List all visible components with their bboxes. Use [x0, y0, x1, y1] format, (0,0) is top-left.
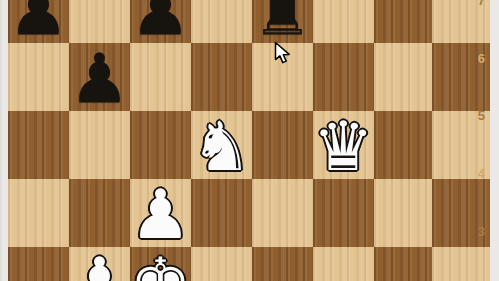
white-queen[interactable]: ♛ — [313, 113, 374, 181]
square-g6[interactable] — [374, 43, 432, 111]
black-pawn[interactable]: ♟ — [69, 45, 130, 113]
square-a7[interactable]: ♟ — [8, 0, 69, 43]
black-pawn[interactable]: ♟ — [130, 0, 191, 45]
square-b4[interactable] — [69, 179, 130, 247]
square-a6[interactable] — [8, 43, 69, 111]
square-a4[interactable] — [8, 179, 69, 247]
rank-label-7: 7 — [478, 0, 485, 7]
square-d6[interactable] — [191, 43, 252, 111]
square-e3[interactable] — [252, 247, 313, 281]
square-f6[interactable] — [313, 43, 374, 111]
square-b7[interactable] — [69, 0, 130, 43]
board-viewport: ♟♟♜♟♞♛♟♟♚76543 — [0, 0, 499, 281]
square-f5[interactable]: ♛ — [313, 111, 374, 179]
square-c5[interactable] — [130, 111, 191, 179]
white-king[interactable]: ♚ — [130, 249, 191, 281]
black-rook[interactable]: ♜ — [252, 0, 313, 45]
white-pawn[interactable]: ♟ — [130, 181, 191, 249]
square-e4[interactable] — [252, 179, 313, 247]
square-b5[interactable] — [69, 111, 130, 179]
square-b6[interactable]: ♟ — [69, 43, 130, 111]
square-a3[interactable] — [8, 247, 69, 281]
square-h3[interactable] — [432, 247, 490, 281]
square-c7[interactable]: ♟ — [130, 0, 191, 43]
square-g5[interactable] — [374, 111, 432, 179]
square-d3[interactable] — [191, 247, 252, 281]
white-pawn[interactable]: ♟ — [69, 249, 130, 281]
black-pawn[interactable]: ♟ — [8, 0, 69, 45]
square-e7[interactable]: ♜ — [252, 0, 313, 43]
square-g7[interactable] — [374, 0, 432, 43]
square-f3[interactable] — [313, 247, 374, 281]
square-f4[interactable] — [313, 179, 374, 247]
square-g3[interactable] — [374, 247, 432, 281]
square-a5[interactable] — [8, 111, 69, 179]
rank-label-3: 3 — [478, 225, 485, 238]
square-c6[interactable] — [130, 43, 191, 111]
square-e6[interactable] — [252, 43, 313, 111]
square-d7[interactable] — [191, 0, 252, 43]
square-g4[interactable] — [374, 179, 432, 247]
white-knight[interactable]: ♞ — [191, 113, 252, 181]
square-f7[interactable] — [313, 0, 374, 43]
square-d5[interactable]: ♞ — [191, 111, 252, 179]
square-d4[interactable] — [191, 179, 252, 247]
rank-label-6: 6 — [478, 52, 485, 65]
square-c3[interactable]: ♚ — [130, 247, 191, 281]
square-e5[interactable] — [252, 111, 313, 179]
rank-label-4: 4 — [478, 167, 485, 180]
chess-board[interactable]: ♟♟♜♟♞♛♟♟♚76543 — [8, 0, 490, 281]
square-c4[interactable]: ♟ — [130, 179, 191, 247]
rank-label-5: 5 — [478, 109, 485, 122]
square-b3[interactable]: ♟ — [69, 247, 130, 281]
